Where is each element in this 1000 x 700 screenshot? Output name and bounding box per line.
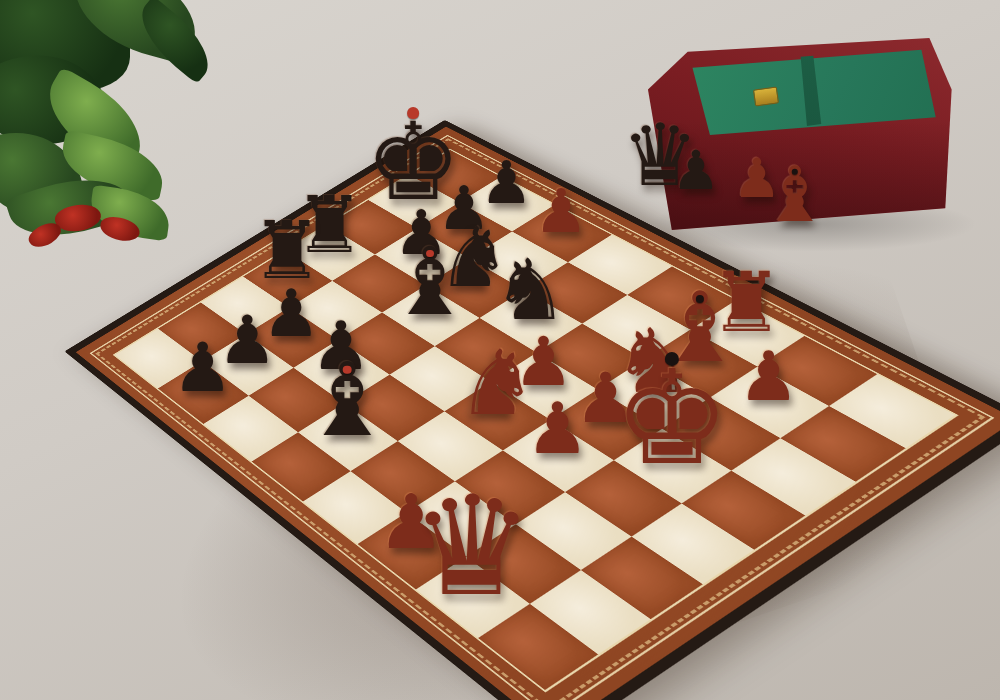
piece-black-pawn-a7[interactable]: ♟ bbox=[172, 334, 233, 402]
piece-black-knight-f5[interactable]: ♞ bbox=[492, 248, 568, 332]
box-brass-clasp bbox=[753, 86, 779, 106]
piece-red-queen-a2[interactable]: ♛ bbox=[410, 478, 534, 616]
black-bishop-finial-dot bbox=[426, 250, 434, 258]
piece-red-pawn-d3[interactable]: ♟ bbox=[526, 394, 589, 465]
black-king-finial-dot bbox=[407, 107, 419, 119]
black-bishop-finial-dot bbox=[343, 365, 352, 374]
chess-scene: ♜♜♚♟♟♟♟♟♟♟♝♞♝♞♟♞♟♟♟♟♞♝♜♛♚♟♛♟♟♝ bbox=[0, 0, 1000, 700]
piece-red-pawn-g2[interactable]: ♟ bbox=[738, 343, 799, 411]
plant-foliage bbox=[0, 0, 250, 280]
piece-red-king-e2[interactable]: ♚ bbox=[614, 354, 730, 484]
piece-black-pawn-captured[interactable]: ♟ bbox=[672, 144, 720, 198]
piece-red-pawn-h6[interactable]: ♟ bbox=[534, 181, 588, 241]
